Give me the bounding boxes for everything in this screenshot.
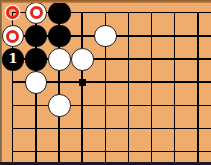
point-r2c8	[163, 25, 186, 48]
point-r7c7	[140, 140, 163, 163]
square-marker-icon	[79, 79, 86, 86]
point-r1c3	[48, 1, 71, 24]
point-r4c5	[94, 71, 117, 94]
point-r5c4	[71, 94, 94, 117]
point-r3c6	[117, 48, 140, 71]
point-r5c3	[48, 94, 71, 117]
point-r3c8	[163, 48, 186, 71]
white-stone	[48, 48, 71, 71]
point-r4c9	[186, 71, 209, 94]
point-r5c5	[94, 94, 117, 117]
point-r6c5	[94, 117, 117, 140]
point-r6c1	[1, 117, 24, 140]
point-r5c8	[163, 94, 186, 117]
point-r4c8	[163, 71, 186, 94]
white-stone	[71, 48, 94, 71]
point-r1c4	[71, 1, 94, 24]
point-r1c1	[1, 1, 24, 24]
point-r3c9	[186, 48, 209, 71]
point-r3c7	[140, 48, 163, 71]
point-r7c8	[163, 140, 186, 163]
point-r2c9	[186, 25, 209, 48]
point-r6c8	[163, 117, 186, 140]
point-r2c7	[140, 25, 163, 48]
point-r2c5	[94, 25, 117, 48]
go-board-grid: 1	[1, 1, 209, 163]
point-r3c1: 1	[1, 48, 24, 71]
point-r7c5	[94, 140, 117, 163]
point-r3c3	[48, 48, 71, 71]
point-r6c7	[140, 117, 163, 140]
white-stone	[48, 94, 71, 117]
board-bottom-edge	[0, 162, 211, 165]
point-r4c4	[71, 71, 94, 94]
point-r3c5	[94, 48, 117, 71]
point-r1c9	[186, 1, 209, 24]
circle-marker-icon	[30, 6, 43, 19]
black-stone	[25, 25, 48, 48]
white-stone	[25, 71, 48, 94]
point-r1c2	[25, 1, 48, 24]
board-left-edge	[0, 0, 2, 165]
point-r4c6	[117, 71, 140, 94]
point-r1c8	[163, 1, 186, 24]
point-r1c6	[117, 1, 140, 24]
point-r4c1	[1, 71, 24, 94]
point-r2c3	[48, 25, 71, 48]
point-r7c4	[71, 140, 94, 163]
point-r2c2	[25, 25, 48, 48]
point-r6c9	[186, 117, 209, 140]
point-r6c4	[71, 117, 94, 140]
point-r2c6	[117, 25, 140, 48]
point-r3c2	[25, 48, 48, 71]
point-r7c6	[117, 140, 140, 163]
black-stone	[48, 2, 71, 25]
white-stone-circled	[25, 2, 48, 25]
point-r5c9	[186, 94, 209, 117]
black-stone	[25, 48, 48, 71]
white-stone-circled	[2, 25, 25, 48]
move-number-label: 1	[8, 52, 17, 66]
point-r6c3	[48, 117, 71, 140]
point-r2c1	[1, 25, 24, 48]
point-r5c7	[140, 94, 163, 117]
point-r5c2	[25, 94, 48, 117]
point-r7c3	[48, 140, 71, 163]
point-r5c6	[117, 94, 140, 117]
point-r3c4	[71, 48, 94, 71]
white-stone	[94, 25, 117, 48]
point-r1c7	[140, 1, 163, 24]
point-r5c1	[1, 94, 24, 117]
point-r4c2	[25, 71, 48, 94]
point-r7c1	[1, 140, 24, 163]
black-stone-move-1: 1	[2, 48, 25, 71]
board-top-edge	[0, 0, 211, 3]
point-r2c4	[71, 25, 94, 48]
point-r7c2	[25, 140, 48, 163]
go-diagram: 1	[0, 0, 211, 165]
circle-marker-icon	[6, 6, 19, 19]
point-r6c2	[25, 117, 48, 140]
point-r4c3	[48, 71, 71, 94]
point-r4c7	[140, 71, 163, 94]
circle-marker-icon	[6, 30, 19, 43]
point-r7c9	[186, 140, 209, 163]
point-r6c6	[117, 117, 140, 140]
point-r1c5	[94, 1, 117, 24]
black-stone	[48, 25, 71, 48]
